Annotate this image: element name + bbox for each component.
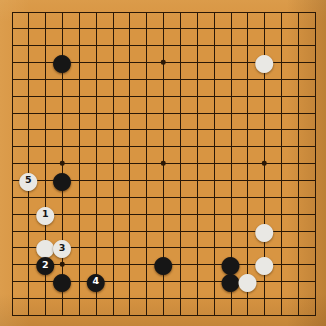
black-stone-glyph: ●: [52, 272, 73, 290]
stone-black-D3: ●: [53, 272, 71, 290]
grid-line-vertical: [180, 12, 181, 316]
stone-black-D9: ●: [53, 171, 71, 189]
grid-line-horizontal: [12, 197, 316, 198]
grid-line-vertical: [281, 12, 282, 316]
black-stone-glyph: ●: [52, 53, 73, 71]
grid-line-horizontal: [12, 298, 316, 299]
stone-black-D16: ●: [53, 53, 71, 71]
stone-white-B9: ●5: [19, 171, 37, 189]
stone-white-C7: ●1: [36, 205, 54, 223]
grid-line-horizontal: [12, 214, 316, 215]
move-number-label: 5: [19, 171, 37, 189]
white-stone-glyph: ●: [254, 53, 275, 71]
grid-line-horizontal: [12, 315, 316, 316]
grid-line-vertical: [214, 12, 215, 316]
stone-black-F3: ●4: [87, 272, 105, 290]
grid-line-vertical: [298, 12, 299, 316]
grid-line-vertical: [315, 12, 316, 316]
stone-white-Q16: ●: [255, 53, 273, 71]
white-stone-glyph: ●: [254, 255, 275, 273]
move-number-label: 4: [87, 272, 105, 290]
move-number-label: 3: [53, 238, 71, 256]
go-board[interactable]: ●●●5●●1●●3●2●●4●●●●●●: [0, 0, 326, 326]
stone-white-D5: ●3: [53, 238, 71, 256]
stone-white-Q6: ●: [255, 222, 273, 240]
black-stone-glyph: ●: [52, 171, 73, 189]
star-point: [161, 161, 166, 166]
white-stone-glyph: ●: [254, 222, 275, 240]
black-stone-glyph: ●: [153, 255, 174, 273]
stone-black-K4: ●: [154, 255, 172, 273]
star-point: [262, 161, 267, 166]
star-point: [60, 262, 65, 267]
star-point: [161, 60, 166, 65]
stone-white-Q4: ●: [255, 255, 273, 273]
star-point: [60, 161, 65, 166]
grid-line-vertical: [197, 12, 198, 316]
move-number-label: 1: [36, 205, 54, 223]
